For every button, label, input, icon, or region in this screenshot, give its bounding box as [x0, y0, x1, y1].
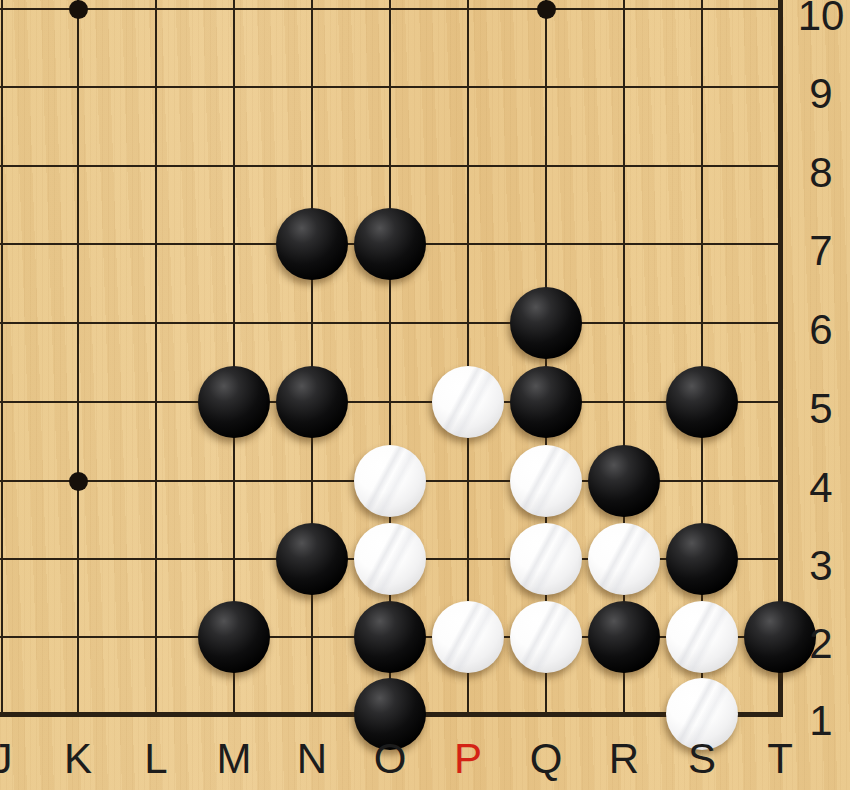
stone-black-N7: [276, 208, 348, 280]
row-label-8: 8: [809, 149, 832, 197]
column-label-R: R: [609, 735, 639, 783]
stone-white-P2: [432, 601, 504, 673]
stone-black-R4: [588, 445, 660, 517]
row-label-7: 7: [809, 227, 832, 275]
stone-white-P5: [432, 366, 504, 438]
grid-line-horizontal-9: [0, 86, 783, 88]
column-label-K: K: [64, 735, 92, 783]
row-label-10: 10: [798, 0, 845, 40]
column-label-P: P: [454, 735, 482, 783]
grid-line-horizontal-10: [0, 8, 783, 10]
stone-white-Q4: [510, 445, 582, 517]
stone-white-Q2: [510, 601, 582, 673]
row-label-3: 3: [809, 542, 832, 590]
stone-black-T2: [744, 601, 816, 673]
stone-black-O7: [354, 208, 426, 280]
grid-line-vertical-L: [155, 0, 157, 717]
grid-line-vertical-J: [1, 0, 3, 717]
column-label-O: O: [374, 735, 407, 783]
row-label-5: 5: [809, 385, 832, 433]
row-label-4: 4: [809, 464, 832, 512]
stone-black-S5: [666, 366, 738, 438]
row-label-1: 1: [809, 697, 832, 745]
star-point-K10: [69, 0, 88, 19]
stone-black-M2: [198, 601, 270, 673]
stone-black-N3: [276, 523, 348, 595]
row-label-9: 9: [809, 70, 832, 118]
stone-white-S2: [666, 601, 738, 673]
stone-white-Q3: [510, 523, 582, 595]
column-label-M: M: [217, 735, 252, 783]
stone-black-O2: [354, 601, 426, 673]
go-board[interactable]: JKLMNOPQRST12345678910: [0, 0, 850, 790]
stone-black-N5: [276, 366, 348, 438]
column-label-S: S: [688, 735, 716, 783]
stone-black-Q5: [510, 366, 582, 438]
column-label-N: N: [297, 735, 327, 783]
row-label-6: 6: [809, 306, 832, 354]
stone-white-O4: [354, 445, 426, 517]
star-point-K4: [69, 472, 88, 491]
stone-black-R2: [588, 601, 660, 673]
grid-line-vertical-K: [77, 0, 79, 717]
star-point-Q10: [537, 0, 556, 19]
stone-white-O3: [354, 523, 426, 595]
stone-black-Q6: [510, 287, 582, 359]
stone-black-S3: [666, 523, 738, 595]
column-label-J: J: [0, 735, 13, 783]
grid-line-horizontal-8: [0, 165, 783, 167]
stone-white-R3: [588, 523, 660, 595]
stone-black-M5: [198, 366, 270, 438]
column-label-T: T: [767, 735, 793, 783]
row-label-2: 2: [809, 620, 832, 668]
grid-line-horizontal-6: [0, 322, 783, 324]
column-label-Q: Q: [530, 735, 563, 783]
grid-line-vertical-N: [311, 0, 313, 717]
column-label-L: L: [144, 735, 167, 783]
